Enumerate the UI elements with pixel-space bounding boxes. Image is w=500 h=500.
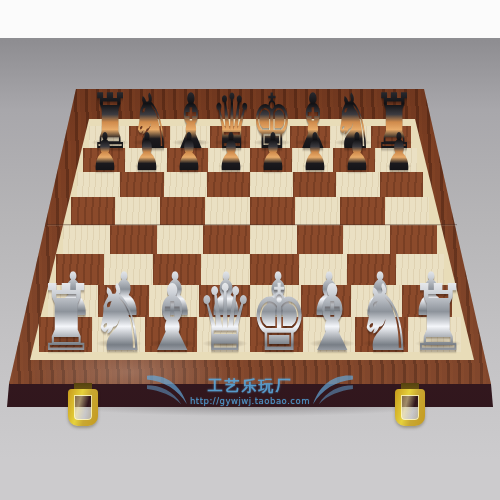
watermark-url: http://gywjwj.taobao.com [190,396,310,406]
piece-white-queen-d1[interactable]: ♛ [196,273,254,365]
square-e4[interactable] [250,225,297,254]
square-g5[interactable] [340,197,385,224]
piece-black-pawn-f7[interactable]: ♟ [301,126,329,178]
watermark: 工艺乐玩厂 http://gywjwj.taobao.com [145,372,355,410]
square-a4[interactable] [63,225,110,254]
piece-black-pawn-g7[interactable]: ♟ [343,126,371,178]
piece-black-pawn-h7[interactable]: ♟ [385,126,413,178]
board-fold-seam [47,224,457,226]
clasp-right [395,389,425,426]
watermark-title: 工艺乐玩厂 [208,377,293,396]
piece-white-knight-g1[interactable]: ♞ [356,273,414,365]
watermark-text: 工艺乐玩厂 http://gywjwj.taobao.com [190,377,310,406]
square-f4[interactable] [297,225,344,254]
product-photo: ♜♞♝♛♚♝♞♜♟♟♟♟♟♟♟♟♟♟♟♟♟♟♟♟♜♞♝♛♚♝♞♜ 工艺乐玩厂 h… [0,0,500,500]
square-g4[interactable] [343,225,390,254]
piece-white-king-e1[interactable]: ♚ [250,273,308,365]
piece-white-knight-b1[interactable]: ♞ [90,273,148,365]
square-f5[interactable] [295,197,340,224]
square-d5[interactable] [205,197,250,224]
square-c4[interactable] [157,225,204,254]
piece-white-bishop-c1[interactable]: ♝ [143,273,201,365]
piece-white-rook-h1[interactable]: ♜ [410,273,468,365]
piece-black-pawn-a7[interactable]: ♟ [91,126,119,178]
piece-black-pawn-b7[interactable]: ♟ [133,126,161,178]
square-a5[interactable] [71,197,116,224]
wing-icon-left [145,372,189,410]
piece-black-pawn-c7[interactable]: ♟ [175,126,203,178]
piece-black-pawn-e7[interactable]: ♟ [259,126,287,178]
piece-white-rook-a1[interactable]: ♜ [37,273,95,365]
square-h4[interactable] [390,225,437,254]
square-h5[interactable] [385,197,430,224]
clasp-left [68,389,98,426]
square-c5[interactable] [160,197,205,224]
square-e5[interactable] [250,197,295,224]
wing-icon-right [311,372,355,410]
piece-white-bishop-f1[interactable]: ♝ [303,273,361,365]
square-b5[interactable] [115,197,160,224]
square-d4[interactable] [203,225,250,254]
square-b4[interactable] [110,225,157,254]
piece-black-pawn-d7[interactable]: ♟ [217,126,245,178]
